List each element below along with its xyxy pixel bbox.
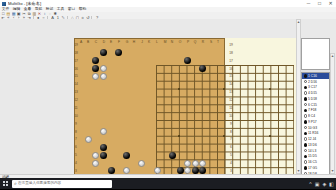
coord-label-top: B [86,41,90,44]
tray-icon-3[interactable]: ◧ [329,181,334,187]
move-label: 15 D5 [308,155,317,158]
move-label: 3 C17 [308,86,317,89]
coord-label-top: K [147,41,151,44]
coord-label-right: 6 [228,146,232,149]
taskbar-search[interactable]: ⌕ 在这里输入你要搜索的内容 [12,180,112,188]
coord-label-left: 11 [73,106,77,109]
white-stone [199,160,206,167]
coord-label-left: 5 [73,154,77,157]
star-point [178,88,180,90]
white-stone [85,136,92,143]
move-label: 9 P17 [308,120,317,123]
coord-label-right: 9 [228,122,232,125]
coord-label-left: 3 [73,169,77,172]
black-move-icon [304,120,308,124]
move-label: 14 L3 [308,149,316,152]
black-move-icon [304,132,308,136]
coord-label-top: J [140,41,144,44]
move-label: 16 C5 [308,160,317,163]
coord-label-left: 7 [73,138,77,141]
app-icon [2,2,6,6]
coord-label-right: 5 [228,154,232,157]
move-label: 2 D16 [308,80,317,83]
move-label: 5 D18 [308,97,317,100]
coord-label-top: G [124,41,128,44]
white-stone [184,160,191,167]
tray-icon-2[interactable]: ◈ [322,181,326,187]
search-placeholder: 在这里输入你要搜索的内容 [18,181,61,186]
move-label: 17 G5 [308,166,317,169]
scroll-up-icon[interactable]: ▴ [297,20,300,24]
move-label: 8 C4 [308,114,315,117]
move-label: 4 D15 [308,91,317,94]
coord-label-right: 17 [228,59,232,62]
comment-panel[interactable] [301,38,330,70]
coord-label-right: 4 [228,161,232,164]
coord-label-top: O [178,41,182,44]
coord-label-left: 17 [73,59,77,62]
coord-label-right: 18 [228,51,232,54]
star-point [223,88,225,90]
move-list-panel[interactable]: 1 C162 D163 C174 D155 D186 C157 F188 C49… [301,72,330,189]
star-point [223,135,225,137]
black-move-icon [304,166,308,170]
move-label: 7 F18 [308,109,316,112]
move-label: 12 J4 [308,137,316,140]
coord-label-right: 7 [228,138,232,141]
black-stone [100,152,107,159]
coord-label-left: 14 [73,83,77,86]
black-move-icon [304,143,308,147]
coord-label-top: L [155,41,159,44]
coord-label-top: H [132,41,136,44]
star-point [269,135,271,137]
black-stone [100,144,107,151]
board-area: AABBCCDDEEFFGGHHJJKKLLMMNNOOPPQQRRSSTT19… [0,19,336,174]
white-move-icon [304,91,308,95]
coord-label-right: 14 [228,83,232,86]
scroll-up-icon[interactable]: ▴ [331,54,334,58]
move-label: 11 R16 [308,132,318,135]
move-label: 13 D6 [308,143,317,146]
coord-label-right: 12 [228,98,232,101]
coord-label-left: 9 [73,122,77,125]
coord-label-top: F [117,41,121,44]
taskbar: ⌕ 在这里输入你要搜索的内容 ^▣◈◧ [0,178,336,189]
coord-label-left: 10 [73,114,77,117]
white-move-icon [304,126,308,130]
coord-label-left: 18 [73,51,77,54]
star-point [269,88,271,90]
coord-label-top: Q [193,41,197,44]
scroll-down-icon[interactable]: ▾ [331,169,334,173]
coord-label-left: 8 [73,130,77,133]
coord-label-top: P [185,41,189,44]
black-move-icon [304,97,308,101]
black-stone [169,152,176,159]
coord-label-left: 4 [73,161,77,164]
coord-label-top: S [208,41,212,44]
coord-label-right: 8 [228,130,232,133]
coord-label-right: 16 [228,67,232,70]
move-label: 1 C16 [308,74,317,77]
coord-label-top: R [201,41,205,44]
black-stone [123,152,130,159]
black-move-icon [304,86,308,90]
white-move-icon [304,149,308,153]
move-label: 10 G3 [308,126,317,129]
coord-label-left: 6 [73,146,77,149]
star-point [178,135,180,137]
tray-icon-1[interactable]: ▣ [315,181,320,187]
coord-label-left: 13 [73,91,77,94]
white-stone [138,160,145,167]
search-icon: ⌕ [14,180,17,187]
coord-label-top: A [78,41,82,44]
taskbar-app-icons [112,175,144,190]
maximize-button[interactable]: □ [314,0,325,7]
black-move-icon [304,74,308,78]
minimize-button[interactable]: ─ [303,0,314,7]
coord-label-right: 10 [228,114,232,117]
system-tray: ^▣◈◧ [306,178,334,189]
window-title: MultiGo - [未命名] [8,0,41,6]
coord-label-left: 19 [73,43,77,46]
coord-label-right: 15 [228,75,232,78]
coord-label-right: 3 [228,169,232,172]
white-move-icon [304,160,308,164]
start-button[interactable] [0,178,11,189]
move-list-scrollbar[interactable]: ▴ ▾ [330,53,335,174]
coord-label-top: C [94,41,98,44]
coord-label-left: 12 [73,98,77,101]
white-move-icon [304,114,308,118]
coord-label-top: M [163,41,167,44]
black-move-icon [304,155,308,159]
tray-expand-icon[interactable]: ^ [309,181,311,187]
close-button[interactable]: ✕ [325,0,336,7]
coord-label-top: E [109,41,113,44]
white-move-icon [304,103,308,107]
app-window: MultiGo - [未命名] ─ □ ✕ 文件编辑查看导航标记工具窗口帮助 □… [0,0,336,189]
black-move-icon [304,109,308,113]
coord-label-right: 19 [228,43,232,46]
white-move-icon [304,80,308,84]
scroll-down-icon[interactable]: ▾ [297,169,300,173]
coord-label-right: 13 [228,91,232,94]
coord-label-left: 15 [73,75,77,78]
coord-label-top: D [101,41,105,44]
white-move-icon [304,137,308,141]
move-label: 6 C15 [308,103,317,106]
coord-label-top: N [170,41,174,44]
white-stone [192,160,199,167]
coord-label-left: 16 [73,67,77,70]
windows-logo-icon [3,181,8,186]
coord-label-right: 11 [228,106,232,109]
coord-label-top: T [216,41,220,44]
